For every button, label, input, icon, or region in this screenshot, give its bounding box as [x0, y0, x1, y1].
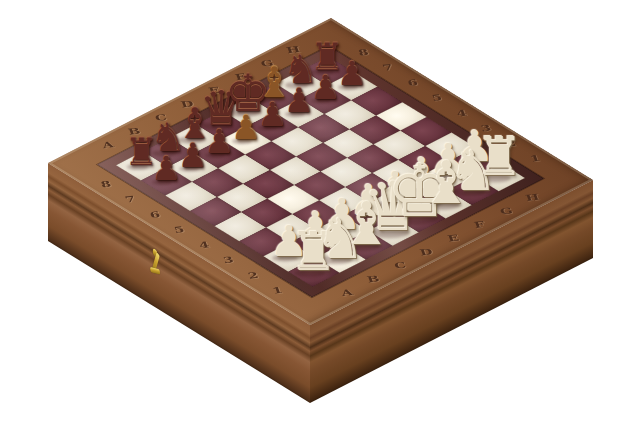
file-label-near-a: A — [340, 287, 355, 298]
piece-black-pawn-g7[interactable]: ♟ — [310, 71, 340, 104]
piece-black-pawn-a7[interactable]: ♟ — [151, 152, 181, 185]
clasp-keeper — [150, 267, 160, 275]
piece-black-pawn-b7[interactable]: ♟ — [178, 139, 208, 172]
file-label-near-g: G — [498, 206, 514, 217]
piece-black-pawn-e7[interactable]: ♟ — [257, 98, 287, 131]
piece-black-pawn-d7[interactable]: ♟ — [231, 112, 261, 145]
file-label-far-a: A — [101, 140, 116, 151]
piece-black-pawn-h7[interactable]: ♟ — [337, 57, 367, 90]
piece-black-pawn-f7[interactable]: ♟ — [284, 84, 314, 117]
piece-black-pawn-c7[interactable]: ♟ — [204, 125, 234, 158]
chess-set-photo: 88AA77BB66CC55DD44EE33FF22GG11HH ♜♞♝♛♚♝♞… — [0, 0, 640, 426]
piece-white-rook-h1[interactable]: ♜ — [476, 131, 524, 184]
brass-clasp — [148, 245, 166, 290]
